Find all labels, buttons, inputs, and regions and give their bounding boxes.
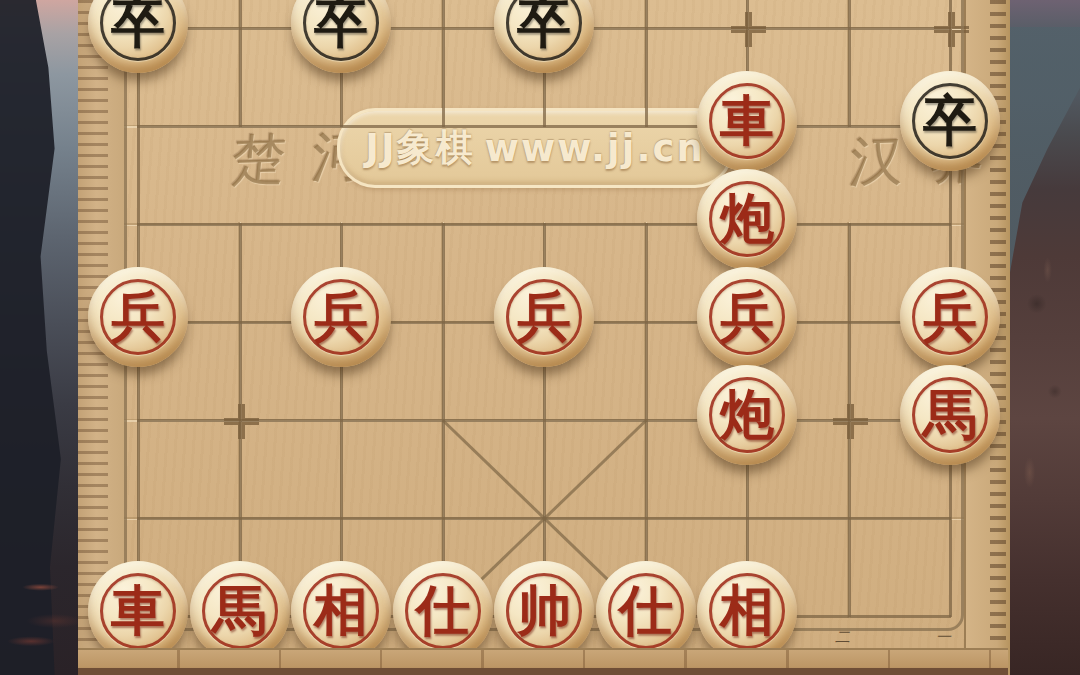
piece-red-4[interactable]: 車 <box>697 71 797 171</box>
piece-glyph: 卒 <box>88 0 188 73</box>
piece-black-2[interactable]: 卒 <box>494 0 594 73</box>
piece-red-12[interactable]: 馬 <box>900 365 1000 465</box>
piece-glyph: 卒 <box>900 71 1000 171</box>
piece-glyph: 相 <box>697 561 797 661</box>
piece-red-8[interactable]: 兵 <box>494 267 594 367</box>
piece-red-6[interactable]: 兵 <box>88 267 188 367</box>
piece-red-9[interactable]: 兵 <box>697 267 797 367</box>
background-scenery-right <box>1008 0 1080 675</box>
piece-black-0[interactable]: 卒 <box>88 0 188 73</box>
piece-black-1[interactable]: 卒 <box>291 0 391 73</box>
piece-glyph: 車 <box>88 561 188 661</box>
piece-glyph: 兵 <box>291 267 391 367</box>
piece-red-15[interactable]: 相 <box>291 561 391 661</box>
piece-glyph: 馬 <box>190 561 290 661</box>
piece-red-11[interactable]: 炮 <box>697 365 797 465</box>
background-scenery-left <box>0 0 78 675</box>
frame-dark-edge <box>78 668 1008 675</box>
piece-glyph: 兵 <box>494 267 594 367</box>
piece-glyph: 車 <box>697 71 797 171</box>
water-glint <box>0 0 78 675</box>
piece-glyph: 帅 <box>494 561 594 661</box>
board-playing-field[interactable]: 楚河 汉界 JJ象棋 www.jj.cn 二一 卒卒卒卒車炮兵兵兵兵兵炮馬車馬相… <box>124 0 964 648</box>
piece-glyph: 兵 <box>900 267 1000 367</box>
board-frame-bottom <box>78 648 1008 675</box>
piece-glyph: 兵 <box>88 267 188 367</box>
piece-glyph: 兵 <box>697 267 797 367</box>
piece-red-13[interactable]: 車 <box>88 561 188 661</box>
piece-glyph: 仕 <box>393 561 493 661</box>
piece-glyph: 炮 <box>697 169 797 269</box>
piece-red-10[interactable]: 兵 <box>900 267 1000 367</box>
piece-glyph: 卒 <box>291 0 391 73</box>
piece-red-18[interactable]: 仕 <box>596 561 696 661</box>
piece-glyph: 馬 <box>900 365 1000 465</box>
piece-red-19[interactable]: 相 <box>697 561 797 661</box>
rock-texture <box>1008 0 1080 675</box>
piece-glyph: 仕 <box>596 561 696 661</box>
piece-black-3[interactable]: 卒 <box>900 71 1000 171</box>
piece-glyph: 相 <box>291 561 391 661</box>
piece-red-7[interactable]: 兵 <box>291 267 391 367</box>
xiangqi-game-screen: 楚河 汉界 JJ象棋 www.jj.cn 二一 卒卒卒卒車炮兵兵兵兵兵炮馬車馬相… <box>0 0 1080 675</box>
piece-red-14[interactable]: 馬 <box>190 561 290 661</box>
xiangqi-board[interactable]: 楚河 汉界 JJ象棋 www.jj.cn 二一 卒卒卒卒車炮兵兵兵兵兵炮馬車馬相… <box>78 0 1008 675</box>
piece-red-5[interactable]: 炮 <box>697 169 797 269</box>
piece-red-17[interactable]: 帅 <box>494 561 594 661</box>
piece-glyph: 卒 <box>494 0 594 73</box>
piece-glyph: 炮 <box>697 365 797 465</box>
piece-red-16[interactable]: 仕 <box>393 561 493 661</box>
